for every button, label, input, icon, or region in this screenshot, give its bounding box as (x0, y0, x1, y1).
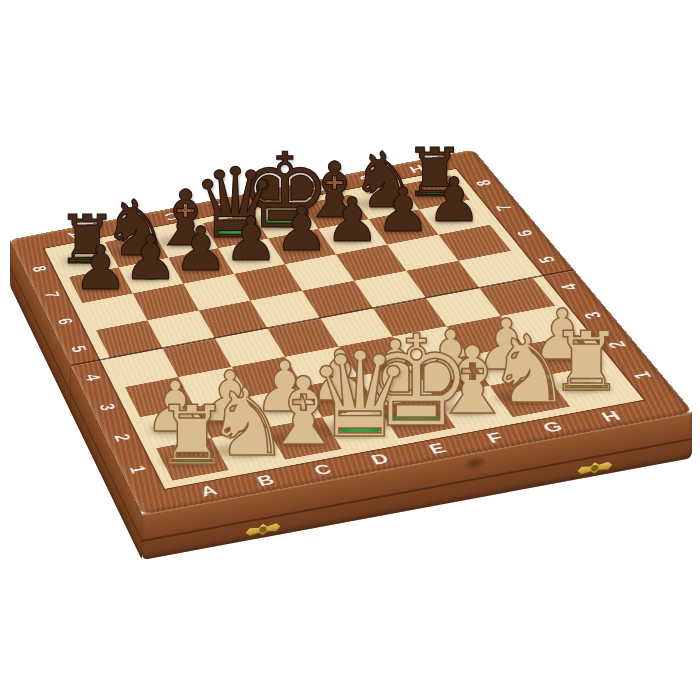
piece-black-pawn-d7[interactable]: ♟ (224, 209, 279, 270)
brass-latch-1[interactable] (246, 520, 281, 538)
piece-black-pawn-g7[interactable]: ♟ (376, 179, 431, 240)
chess-set-photo: ABCDEFGHABCDEFGH8765432187654321 ♜♞♝♛♚♝♞… (0, 0, 700, 700)
piece-black-pawn-b7[interactable]: ♟ (123, 228, 178, 289)
piece-white-rook-a1[interactable]: ♜ (155, 395, 229, 477)
piece-black-pawn-c7[interactable]: ♟ (173, 218, 228, 279)
piece-black-pawn-f7[interactable]: ♟ (325, 189, 380, 250)
brass-latch-2[interactable] (577, 459, 612, 477)
piece-black-pawn-h7[interactable]: ♟ (427, 170, 482, 231)
piece-black-pawn-a7[interactable]: ♟ (73, 238, 128, 299)
wood-knot (463, 454, 487, 472)
piece-black-pawn-e7[interactable]: ♟ (274, 199, 329, 260)
